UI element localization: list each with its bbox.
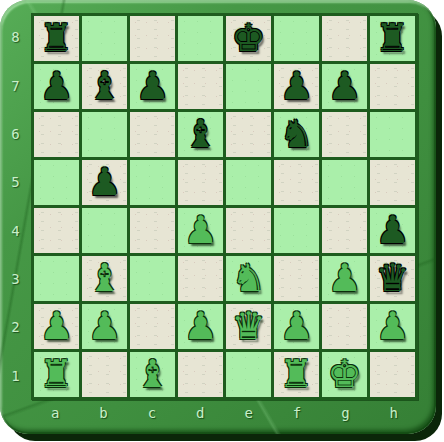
white-queen-icon[interactable]: ♛ — [231, 304, 265, 349]
square-h8[interactable]: ♜ — [370, 16, 415, 61]
file-label-h: h — [390, 405, 398, 421]
square-d2[interactable]: ♟ — [178, 304, 223, 349]
square-e8[interactable]: ♚ — [226, 16, 271, 61]
square-g7[interactable]: ♟ — [322, 64, 367, 109]
square-f5[interactable] — [274, 160, 319, 205]
square-h1[interactable] — [370, 352, 415, 397]
white-rook-icon[interactable]: ♜ — [39, 352, 73, 397]
square-c5[interactable] — [130, 160, 175, 205]
square-e4[interactable] — [226, 208, 271, 253]
black-rook-icon[interactable]: ♜ — [39, 16, 73, 61]
square-d6[interactable]: ♝ — [178, 112, 223, 157]
white-bishop-icon[interactable]: ♝ — [87, 256, 121, 301]
square-e6[interactable] — [226, 112, 271, 157]
rank-label-1: 1 — [11, 368, 19, 384]
rank-label-8: 8 — [11, 29, 19, 45]
square-e7[interactable] — [226, 64, 271, 109]
square-f2[interactable]: ♟ — [274, 304, 319, 349]
square-f1[interactable]: ♜ — [274, 352, 319, 397]
square-g4[interactable] — [322, 208, 367, 253]
black-pawn-icon[interactable]: ♟ — [87, 160, 121, 205]
black-bishop-icon[interactable]: ♝ — [183, 112, 217, 157]
white-pawn-icon[interactable]: ♟ — [183, 304, 217, 349]
square-g1[interactable]: ♚ — [322, 352, 367, 397]
square-g8[interactable] — [322, 16, 367, 61]
square-a3[interactable] — [34, 256, 79, 301]
black-rook-icon[interactable]: ♜ — [375, 16, 409, 61]
square-h7[interactable] — [370, 64, 415, 109]
square-d1[interactable] — [178, 352, 223, 397]
square-b2[interactable]: ♟ — [82, 304, 127, 349]
square-e2[interactable]: ♛ — [226, 304, 271, 349]
black-pawn-icon[interactable]: ♟ — [135, 64, 169, 109]
square-a8[interactable]: ♜ — [34, 16, 79, 61]
square-g6[interactable] — [322, 112, 367, 157]
square-f4[interactable] — [274, 208, 319, 253]
square-b1[interactable] — [82, 352, 127, 397]
square-b6[interactable] — [82, 112, 127, 157]
square-h4[interactable]: ♟ — [370, 208, 415, 253]
file-label-a: a — [51, 405, 59, 421]
file-labels: abcdefgh — [31, 400, 418, 425]
square-f3[interactable] — [274, 256, 319, 301]
white-king-icon[interactable]: ♚ — [327, 352, 361, 397]
square-b3[interactable]: ♝ — [82, 256, 127, 301]
square-c3[interactable] — [130, 256, 175, 301]
square-d3[interactable] — [178, 256, 223, 301]
square-g2[interactable] — [322, 304, 367, 349]
square-h5[interactable] — [370, 160, 415, 205]
rank-label-4: 4 — [11, 223, 19, 239]
black-bishop-icon[interactable]: ♝ — [87, 64, 121, 109]
square-e1[interactable] — [226, 352, 271, 397]
square-d4[interactable]: ♟ — [178, 208, 223, 253]
black-pawn-icon[interactable]: ♟ — [279, 64, 313, 109]
black-pawn-icon[interactable]: ♟ — [375, 208, 409, 253]
square-f8[interactable] — [274, 16, 319, 61]
square-f6[interactable]: ♞ — [274, 112, 319, 157]
rank-label-3: 3 — [11, 271, 19, 287]
black-pawn-icon[interactable]: ♟ — [39, 64, 73, 109]
file-label-e: e — [244, 405, 252, 421]
rank-label-6: 6 — [11, 126, 19, 142]
square-d7[interactable] — [178, 64, 223, 109]
file-label-d: d — [196, 405, 204, 421]
square-f7[interactable]: ♟ — [274, 64, 319, 109]
black-queen-icon[interactable]: ♛ — [375, 256, 409, 301]
white-bishop-icon[interactable]: ♝ — [135, 352, 169, 397]
square-a7[interactable]: ♟ — [34, 64, 79, 109]
square-a1[interactable]: ♜ — [34, 352, 79, 397]
black-pawn-icon[interactable]: ♟ — [327, 64, 361, 109]
square-d8[interactable] — [178, 16, 223, 61]
square-e3[interactable]: ♞ — [226, 256, 271, 301]
square-b4[interactable] — [82, 208, 127, 253]
white-pawn-icon[interactable]: ♟ — [87, 304, 121, 349]
square-c1[interactable]: ♝ — [130, 352, 175, 397]
white-knight-icon[interactable]: ♞ — [231, 256, 265, 301]
square-h3[interactable]: ♛ — [370, 256, 415, 301]
square-c7[interactable]: ♟ — [130, 64, 175, 109]
square-b5[interactable]: ♟ — [82, 160, 127, 205]
white-pawn-icon[interactable]: ♟ — [375, 304, 409, 349]
chess-board: ♜♚♜♟♝♟♟♟♝♞♟♟♟♝♞♟♛♟♟♟♛♟♟♜♝♜♚ — [31, 13, 418, 400]
square-a5[interactable] — [34, 160, 79, 205]
square-c6[interactable] — [130, 112, 175, 157]
file-label-f: f — [293, 405, 301, 421]
rank-labels: 87654321 — [0, 13, 31, 400]
white-pawn-icon[interactable]: ♟ — [183, 208, 217, 253]
file-label-b: b — [99, 405, 107, 421]
square-c2[interactable] — [130, 304, 175, 349]
black-knight-icon[interactable]: ♞ — [279, 112, 313, 157]
square-c8[interactable] — [130, 16, 175, 61]
square-c4[interactable] — [130, 208, 175, 253]
square-a4[interactable] — [34, 208, 79, 253]
square-g3[interactable]: ♟ — [322, 256, 367, 301]
black-king-icon[interactable]: ♚ — [231, 16, 265, 61]
file-label-c: c — [148, 405, 156, 421]
rank-label-7: 7 — [11, 78, 19, 94]
square-h2[interactable]: ♟ — [370, 304, 415, 349]
square-e5[interactable] — [226, 160, 271, 205]
rank-label-5: 5 — [11, 174, 19, 190]
white-pawn-icon[interactable]: ♟ — [39, 304, 73, 349]
rank-label-2: 2 — [11, 319, 19, 335]
white-pawn-icon[interactable]: ♟ — [327, 256, 361, 301]
square-b8[interactable] — [82, 16, 127, 61]
square-a2[interactable]: ♟ — [34, 304, 79, 349]
file-label-g: g — [341, 405, 349, 421]
square-d5[interactable] — [178, 160, 223, 205]
square-g5[interactable] — [322, 160, 367, 205]
square-a6[interactable] — [34, 112, 79, 157]
square-b7[interactable]: ♝ — [82, 64, 127, 109]
white-rook-icon[interactable]: ♜ — [279, 352, 313, 397]
white-pawn-icon[interactable]: ♟ — [279, 304, 313, 349]
square-h6[interactable] — [370, 112, 415, 157]
